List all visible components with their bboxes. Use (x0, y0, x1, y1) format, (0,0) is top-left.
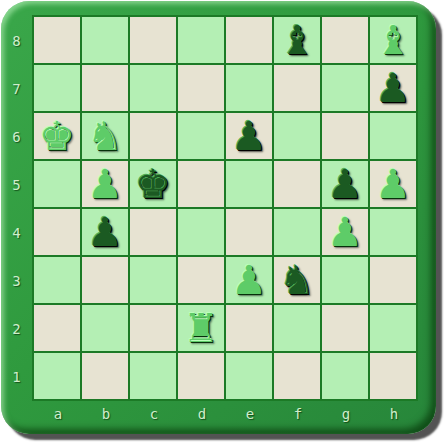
rank-labels: 87654321 (1, 17, 32, 401)
black-pawn-piece[interactable]: ♟ (327, 161, 363, 207)
black-bishop-piece[interactable]: ♝ (279, 17, 315, 63)
square-c3[interactable] (130, 257, 176, 303)
rank-label-1: 1 (1, 353, 32, 401)
square-e8[interactable] (226, 17, 272, 63)
square-c6[interactable] (130, 113, 176, 159)
square-e3[interactable]: ♟ (226, 257, 272, 303)
file-label-c: c (130, 401, 178, 431)
square-e4[interactable] (226, 209, 272, 255)
square-d3[interactable] (178, 257, 224, 303)
square-b3[interactable] (82, 257, 128, 303)
white-king-piece[interactable]: ♚ (39, 113, 75, 159)
square-f8[interactable]: ♝ (274, 17, 320, 63)
square-f5[interactable] (274, 161, 320, 207)
square-g3[interactable] (322, 257, 368, 303)
square-b6[interactable]: ♞ (82, 113, 128, 159)
square-c5[interactable]: ♚ (130, 161, 176, 207)
white-knight-piece[interactable]: ♞ (87, 113, 123, 159)
square-h5[interactable]: ♟ (370, 161, 416, 207)
rank-label-2: 2 (1, 305, 32, 353)
square-d4[interactable] (178, 209, 224, 255)
square-g7[interactable] (322, 65, 368, 111)
rank-label-3: 3 (1, 257, 32, 305)
square-c2[interactable] (130, 305, 176, 351)
rank-label-8: 8 (1, 17, 32, 65)
square-h6[interactable] (370, 113, 416, 159)
square-a4[interactable] (34, 209, 80, 255)
square-b5[interactable]: ♟ (82, 161, 128, 207)
square-a6[interactable]: ♚ (34, 113, 80, 159)
square-d2[interactable]: ♜ (178, 305, 224, 351)
square-a7[interactable] (34, 65, 80, 111)
square-a5[interactable] (34, 161, 80, 207)
white-pawn-piece[interactable]: ♟ (375, 161, 411, 207)
square-g5[interactable]: ♟ (322, 161, 368, 207)
square-h8[interactable]: ♝ (370, 17, 416, 63)
black-pawn-piece[interactable]: ♟ (87, 209, 123, 255)
square-g2[interactable] (322, 305, 368, 351)
square-f4[interactable] (274, 209, 320, 255)
square-d6[interactable] (178, 113, 224, 159)
square-b1[interactable] (82, 353, 128, 399)
white-pawn-piece[interactable]: ♟ (87, 161, 123, 207)
square-h7[interactable]: ♟ (370, 65, 416, 111)
square-f2[interactable] (274, 305, 320, 351)
white-pawn-piece[interactable]: ♟ (327, 209, 363, 255)
file-label-h: h (370, 401, 418, 431)
square-d5[interactable] (178, 161, 224, 207)
chess-board: ♝♝♟♚♞♟♟♚♟♟♟♟♟♞♜ (32, 15, 418, 401)
square-a2[interactable] (34, 305, 80, 351)
square-b8[interactable] (82, 17, 128, 63)
white-pawn-piece[interactable]: ♟ (231, 257, 267, 303)
square-b7[interactable] (82, 65, 128, 111)
square-h4[interactable] (370, 209, 416, 255)
square-h2[interactable] (370, 305, 416, 351)
board-frame: 87654321 ♝♝♟♚♞♟♟♚♟♟♟♟♟♞♜ abcdefgh (1, 1, 436, 434)
square-e7[interactable] (226, 65, 272, 111)
square-a3[interactable] (34, 257, 80, 303)
square-d8[interactable] (178, 17, 224, 63)
file-labels: abcdefgh (34, 401, 418, 431)
black-king-piece[interactable]: ♚ (135, 161, 171, 207)
square-g6[interactable] (322, 113, 368, 159)
file-label-g: g (322, 401, 370, 431)
square-b2[interactable] (82, 305, 128, 351)
square-f6[interactable] (274, 113, 320, 159)
square-h3[interactable] (370, 257, 416, 303)
file-label-d: d (178, 401, 226, 431)
square-g1[interactable] (322, 353, 368, 399)
file-label-b: b (82, 401, 130, 431)
white-bishop-piece[interactable]: ♝ (375, 17, 411, 63)
rank-label-5: 5 (1, 161, 32, 209)
square-h1[interactable] (370, 353, 416, 399)
square-a8[interactable] (34, 17, 80, 63)
rank-label-6: 6 (1, 113, 32, 161)
square-e2[interactable] (226, 305, 272, 351)
white-rook-piece[interactable]: ♜ (183, 305, 219, 351)
square-f3[interactable]: ♞ (274, 257, 320, 303)
file-label-a: a (34, 401, 82, 431)
square-e6[interactable]: ♟ (226, 113, 272, 159)
black-pawn-piece[interactable]: ♟ (231, 113, 267, 159)
square-c4[interactable] (130, 209, 176, 255)
file-label-f: f (274, 401, 322, 431)
black-pawn-piece[interactable]: ♟ (375, 65, 411, 111)
square-e1[interactable] (226, 353, 272, 399)
square-g4[interactable]: ♟ (322, 209, 368, 255)
square-c1[interactable] (130, 353, 176, 399)
file-label-e: e (226, 401, 274, 431)
square-e5[interactable] (226, 161, 272, 207)
rank-label-4: 4 (1, 209, 32, 257)
rank-label-7: 7 (1, 65, 32, 113)
square-g8[interactable] (322, 17, 368, 63)
square-f7[interactable] (274, 65, 320, 111)
square-b4[interactable]: ♟ (82, 209, 128, 255)
square-f1[interactable] (274, 353, 320, 399)
square-c8[interactable] (130, 17, 176, 63)
square-c7[interactable] (130, 65, 176, 111)
square-d7[interactable] (178, 65, 224, 111)
square-d1[interactable] (178, 353, 224, 399)
square-a1[interactable] (34, 353, 80, 399)
black-knight-piece[interactable]: ♞ (279, 257, 315, 303)
